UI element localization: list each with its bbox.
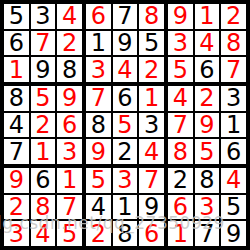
cell-r9c1[interactable]: 3 [4,221,29,246]
sudoku-screenshot: 5346721986781953429123485678594267137618… [0,0,250,250]
cell-r5c7[interactable]: 7 [168,113,193,138]
cell-r6c6[interactable]: 4 [139,139,164,164]
cell-r9c3[interactable]: 5 [57,221,82,246]
cell-r7c8[interactable]: 8 [195,168,220,193]
cell-r4c2[interactable]: 5 [31,86,56,111]
cell-r2c2[interactable]: 7 [31,31,56,56]
cell-r6c7[interactable]: 8 [168,139,193,164]
cell-r3c5[interactable]: 4 [113,57,138,82]
cell-r2c8[interactable]: 4 [195,31,220,56]
cell-r8c9[interactable]: 5 [221,195,246,220]
cell-r8c3[interactable]: 7 [57,195,82,220]
cell-r2c5[interactable]: 9 [113,31,138,56]
cell-r9c7[interactable]: 1 [168,221,193,246]
cell-r1c2[interactable]: 3 [31,4,56,29]
cell-r1c9[interactable]: 2 [221,4,246,29]
sudoku-box-5: 423791856 [168,86,246,164]
cell-r4c7[interactable]: 4 [168,86,193,111]
cell-r5c2[interactable]: 2 [31,113,56,138]
cell-r2c3[interactable]: 2 [57,31,82,56]
cell-r5c6[interactable]: 3 [139,113,164,138]
cell-r4c3[interactable]: 9 [57,86,82,111]
cell-r6c8[interactable]: 5 [195,139,220,164]
cell-r4c1[interactable]: 8 [4,86,29,111]
cell-r4c9[interactable]: 3 [221,86,246,111]
cell-r5c5[interactable]: 5 [113,113,138,138]
cell-r7c2[interactable]: 6 [31,168,56,193]
cell-r6c9[interactable]: 6 [221,139,246,164]
cell-r4c6[interactable]: 1 [139,86,164,111]
cell-r8c1[interactable]: 2 [4,195,29,220]
cell-r9c5[interactable]: 8 [113,221,138,246]
cell-r3c3[interactable]: 8 [57,57,82,82]
cell-r5c4[interactable]: 8 [86,113,111,138]
cell-r9c2[interactable]: 4 [31,221,56,246]
cell-r1c5[interactable]: 7 [113,4,138,29]
cell-r8c2[interactable]: 8 [31,195,56,220]
cell-r7c1[interactable]: 9 [4,168,29,193]
cell-r4c8[interactable]: 2 [195,86,220,111]
sudoku-box-1: 678195342 [86,4,164,82]
cell-r2c4[interactable]: 1 [86,31,111,56]
cell-r5c9[interactable]: 1 [221,113,246,138]
cell-r3c2[interactable]: 9 [31,57,56,82]
cell-r7c3[interactable]: 1 [57,168,82,193]
cell-r4c5[interactable]: 6 [113,86,138,111]
cell-r3c4[interactable]: 3 [86,57,111,82]
cell-r8c4[interactable]: 4 [86,195,111,220]
cell-r1c1[interactable]: 5 [4,4,29,29]
cell-r9c6[interactable]: 6 [139,221,164,246]
cell-r2c9[interactable]: 8 [221,31,246,56]
sudoku-box-4: 761853924 [86,86,164,164]
cell-r3c8[interactable]: 6 [195,57,220,82]
cell-r5c1[interactable]: 4 [4,113,29,138]
cell-r7c6[interactable]: 7 [139,168,164,193]
sudoku-box-0: 534672198 [4,4,82,82]
cell-r5c8[interactable]: 9 [195,113,220,138]
sudoku-board: 5346721986781953429123485678594267137618… [0,0,250,250]
cell-r3c1[interactable]: 1 [4,57,29,82]
cell-r7c9[interactable]: 4 [221,168,246,193]
cell-r7c5[interactable]: 3 [113,168,138,193]
cell-r9c4[interactable]: 2 [86,221,111,246]
cell-r3c6[interactable]: 2 [139,57,164,82]
sudoku-box-7: 537419286 [86,168,164,246]
cell-r3c9[interactable]: 7 [221,57,246,82]
cell-r8c5[interactable]: 1 [113,195,138,220]
cell-r6c3[interactable]: 3 [57,139,82,164]
cell-r2c1[interactable]: 6 [4,31,29,56]
cell-r8c7[interactable]: 6 [168,195,193,220]
cell-r2c6[interactable]: 5 [139,31,164,56]
cell-r6c2[interactable]: 1 [31,139,56,164]
cell-r7c7[interactable]: 2 [168,168,193,193]
sudoku-box-3: 859426713 [4,86,82,164]
cell-r1c3[interactable]: 4 [57,4,82,29]
cell-r8c6[interactable]: 9 [139,195,164,220]
cell-r1c4[interactable]: 6 [86,4,111,29]
cell-r6c1[interactable]: 7 [4,139,29,164]
cell-r8c8[interactable]: 3 [195,195,220,220]
cell-r1c7[interactable]: 9 [168,4,193,29]
cell-r9c8[interactable]: 7 [195,221,220,246]
sudoku-box-2: 912348567 [168,4,246,82]
cell-r1c8[interactable]: 1 [195,4,220,29]
sudoku-box-8: 284635179 [168,168,246,246]
cell-r5c3[interactable]: 6 [57,113,82,138]
cell-r2c7[interactable]: 3 [168,31,193,56]
cell-r1c6[interactable]: 8 [139,4,164,29]
cell-r6c4[interactable]: 9 [86,139,111,164]
sudoku-box-6: 961287345 [4,168,82,246]
cell-r6c5[interactable]: 2 [113,139,138,164]
cell-r3c7[interactable]: 5 [168,57,193,82]
cell-r4c4[interactable]: 7 [86,86,111,111]
cell-r9c9[interactable]: 9 [221,221,246,246]
cell-r7c4[interactable]: 5 [86,168,111,193]
